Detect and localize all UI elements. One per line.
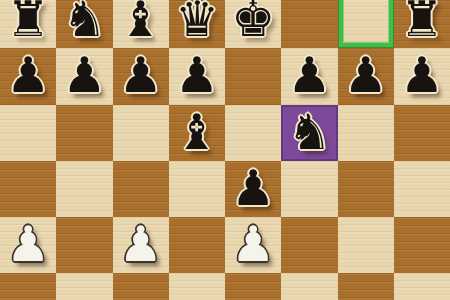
black-knight-b8[interactable]: ♞ xyxy=(56,0,112,48)
black-rook-h8[interactable]: ♜ xyxy=(394,0,450,48)
square-f6-purple-fill[interactable]: ♞ xyxy=(281,105,337,161)
square-b3[interactable] xyxy=(56,273,112,300)
square-h6[interactable] xyxy=(394,105,450,161)
square-h3[interactable] xyxy=(394,273,450,300)
square-b5[interactable] xyxy=(56,161,112,217)
square-e4[interactable]: ♟ xyxy=(225,217,281,273)
square-f7[interactable]: ♟ xyxy=(281,48,337,104)
square-c4[interactable]: ♟ xyxy=(113,217,169,273)
square-d6[interactable]: ♝ xyxy=(169,105,225,161)
black-pawn-b7[interactable]: ♟ xyxy=(56,48,112,104)
white-pawn-e4[interactable]: ♟ xyxy=(225,217,281,273)
square-c5[interactable] xyxy=(113,161,169,217)
black-pawn-h7[interactable]: ♟ xyxy=(394,48,450,104)
square-e7[interactable] xyxy=(225,48,281,104)
square-b4[interactable] xyxy=(56,217,112,273)
square-a5[interactable] xyxy=(0,161,56,217)
square-a6[interactable] xyxy=(0,105,56,161)
black-knight-f6[interactable]: ♞ xyxy=(281,105,337,161)
square-g7[interactable]: ♟ xyxy=(338,48,394,104)
black-pawn-f7[interactable]: ♟ xyxy=(281,48,337,104)
square-d8[interactable]: ♛ xyxy=(169,0,225,48)
square-b8[interactable]: ♞ xyxy=(56,0,112,48)
square-g5[interactable] xyxy=(338,161,394,217)
square-e8[interactable]: ♚ xyxy=(225,0,281,48)
square-b6[interactable] xyxy=(56,105,112,161)
square-a4[interactable]: ♟ xyxy=(0,217,56,273)
black-bishop-c8[interactable]: ♝ xyxy=(113,0,169,48)
square-c3[interactable] xyxy=(113,273,169,300)
square-f4[interactable] xyxy=(281,217,337,273)
board-viewport: ♜♞♝♛♚♜♟♟♟♟♟♟♟♝♞♟♟♟♟ xyxy=(0,0,450,300)
square-h5[interactable] xyxy=(394,161,450,217)
square-g4[interactable] xyxy=(338,217,394,273)
square-d4[interactable] xyxy=(169,217,225,273)
square-h8[interactable]: ♜ xyxy=(394,0,450,48)
square-d5[interactable] xyxy=(169,161,225,217)
black-pawn-c7[interactable]: ♟ xyxy=(113,48,169,104)
square-f8[interactable] xyxy=(281,0,337,48)
black-queen-d8[interactable]: ♛ xyxy=(169,0,225,48)
white-pawn-c4[interactable]: ♟ xyxy=(113,217,169,273)
white-pawn-a4[interactable]: ♟ xyxy=(0,217,56,273)
square-g8-green-border[interactable] xyxy=(338,0,394,48)
black-king-e8[interactable]: ♚ xyxy=(225,0,281,48)
square-h4[interactable] xyxy=(394,217,450,273)
square-g6[interactable] xyxy=(338,105,394,161)
black-bishop-d6[interactable]: ♝ xyxy=(169,105,225,161)
square-c7[interactable]: ♟ xyxy=(113,48,169,104)
square-g3[interactable] xyxy=(338,273,394,300)
black-pawn-g7[interactable]: ♟ xyxy=(338,48,394,104)
square-a7[interactable]: ♟ xyxy=(0,48,56,104)
square-e5[interactable]: ♟ xyxy=(225,161,281,217)
square-c8[interactable]: ♝ xyxy=(113,0,169,48)
black-pawn-a7[interactable]: ♟ xyxy=(0,48,56,104)
square-d3[interactable] xyxy=(169,273,225,300)
square-c6[interactable] xyxy=(113,105,169,161)
square-e3[interactable] xyxy=(225,273,281,300)
square-f5[interactable] xyxy=(281,161,337,217)
square-b7[interactable]: ♟ xyxy=(56,48,112,104)
black-pawn-d7[interactable]: ♟ xyxy=(169,48,225,104)
square-h7[interactable]: ♟ xyxy=(394,48,450,104)
square-d7[interactable]: ♟ xyxy=(169,48,225,104)
square-a3[interactable] xyxy=(0,273,56,300)
black-rook-a8[interactable]: ♜ xyxy=(0,0,56,48)
chess-board: ♜♞♝♛♚♜♟♟♟♟♟♟♟♝♞♟♟♟♟ xyxy=(0,0,450,300)
black-pawn-e5[interactable]: ♟ xyxy=(225,161,281,217)
square-a8[interactable]: ♜ xyxy=(0,0,56,48)
square-f3[interactable] xyxy=(281,273,337,300)
square-e6[interactable] xyxy=(225,105,281,161)
